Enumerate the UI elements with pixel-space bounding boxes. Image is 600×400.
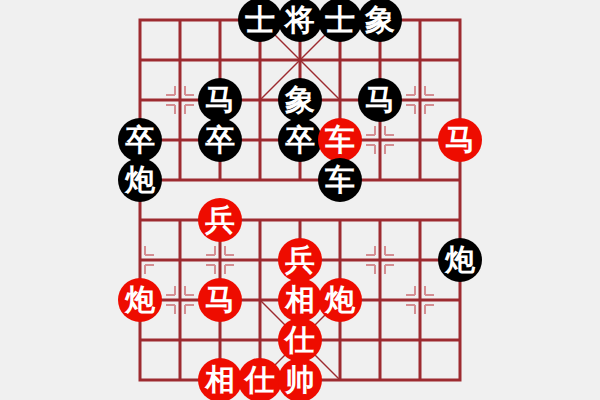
black-piece[interactable]: 士: [318, 0, 362, 42]
red-piece[interactable]: 兵: [198, 198, 242, 242]
black-piece[interactable]: 象: [358, 0, 402, 42]
red-piece[interactable]: 帅: [278, 358, 322, 400]
red-piece[interactable]: 炮: [118, 278, 162, 322]
black-piece[interactable]: 卒: [198, 118, 242, 162]
red-piece[interactable]: 马: [438, 118, 482, 162]
red-piece[interactable]: 相: [198, 358, 242, 400]
red-piece[interactable]: 车: [318, 118, 362, 162]
red-piece[interactable]: 仕: [278, 318, 322, 362]
black-piece[interactable]: 士: [238, 0, 282, 42]
black-piece[interactable]: 炮: [118, 158, 162, 202]
black-piece[interactable]: 炮: [438, 238, 482, 282]
red-piece[interactable]: 仕: [238, 358, 282, 400]
black-piece[interactable]: 车: [318, 158, 362, 202]
red-piece[interactable]: 马: [198, 278, 242, 322]
red-piece[interactable]: 相: [278, 278, 322, 322]
red-piece[interactable]: 炮: [318, 278, 362, 322]
black-piece[interactable]: 卒: [278, 118, 322, 162]
xiangqi-board: 士将士象马象马卒卒卒车马炮车兵兵炮炮马相炮仕相仕帅: [0, 0, 600, 400]
red-piece[interactable]: 兵: [278, 238, 322, 282]
black-piece[interactable]: 象: [278, 78, 322, 122]
black-piece[interactable]: 马: [198, 78, 242, 122]
black-piece[interactable]: 卒: [118, 118, 162, 162]
black-piece[interactable]: 马: [358, 78, 402, 122]
black-piece[interactable]: 将: [278, 0, 322, 42]
